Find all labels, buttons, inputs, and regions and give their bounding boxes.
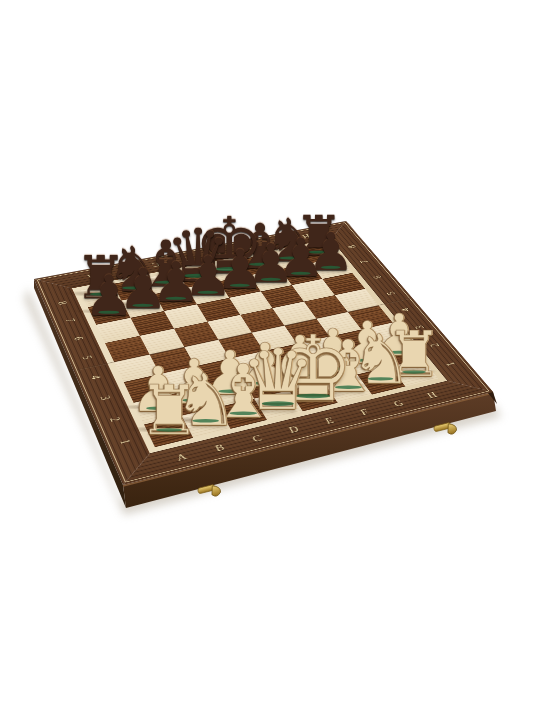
pieces-layer: ♜♞♝♛♚♝♞♜♟♟♟♟♟♟♟♟♟♟♟♟♟♟♟♟♜♞♝♛♚♝♞♜ [0, 0, 540, 720]
piece-white-rook-a1[interactable]: ♜ [138, 377, 199, 445]
piece-black-pawn-a7[interactable]: ♟ [84, 268, 134, 324]
product-photo-canvas: AABBCCDDEEFFGGHH1122334455667788 ♜♞♝♛♚♝♞… [0, 0, 540, 720]
